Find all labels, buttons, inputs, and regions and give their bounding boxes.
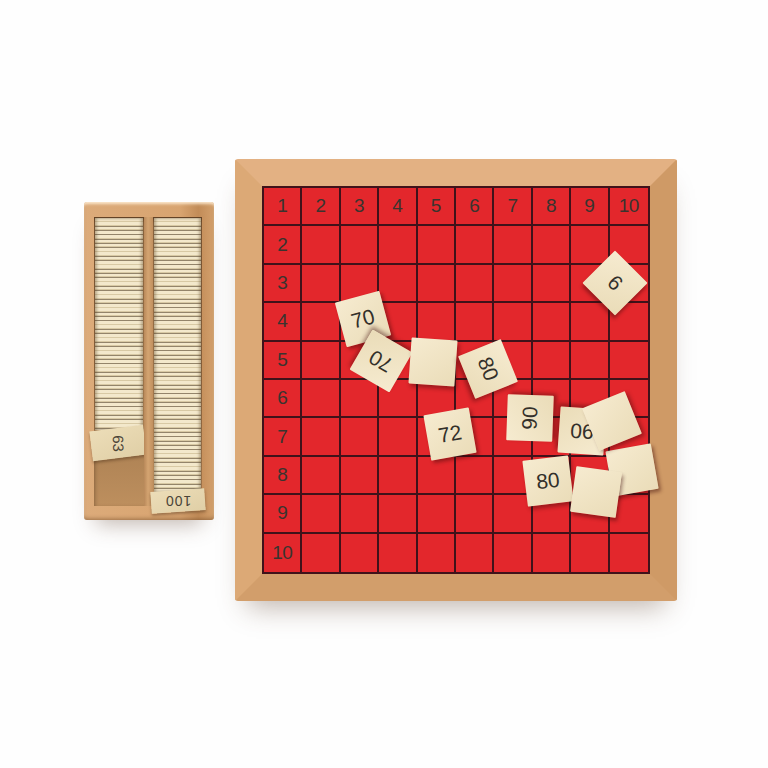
grid-cell-r9-c6[interactable] [456, 495, 494, 533]
grid-cell-r10-c7[interactable] [494, 534, 532, 572]
box-right-compartment: 100 [153, 217, 202, 506]
tile-stack-right[interactable] [154, 218, 201, 492]
box-cavity: 63 100 [94, 217, 202, 506]
cell-label: 10 [619, 195, 639, 217]
grid-cell-r5-c9[interactable] [571, 342, 609, 380]
box-tile-100[interactable]: 100 [150, 488, 205, 514]
loose-tile-72[interactable]: 72 [423, 407, 476, 460]
grid-cell-r9-c1: 9 [264, 495, 302, 533]
tile-storage-box: 63 100 [84, 202, 214, 520]
box-tile-63-label: 63 [109, 435, 126, 452]
cell-label: 3 [277, 272, 287, 294]
grid-cell-r3-c6[interactable] [456, 265, 494, 303]
pythagoras-board: 123456789102345678910 [235, 159, 677, 601]
scene: 63 100 123456789102345678910 67070809072… [0, 0, 768, 768]
grid-cell-r7-c4[interactable] [379, 418, 417, 456]
grid-cell-r1-c9: 9 [571, 188, 609, 226]
cell-label: 9 [277, 502, 287, 524]
grid-cell-r8-c2[interactable] [302, 457, 340, 495]
loose-tile-90[interactable]: 90 [506, 394, 554, 442]
grid-cell-r1-c1: 1 [264, 188, 302, 226]
grid-cell-r4-c7[interactable] [494, 303, 532, 341]
grid-cell-r3-c4[interactable] [379, 265, 417, 303]
board-grid: 123456789102345678910 [262, 186, 650, 574]
grid-cell-r2-c7[interactable] [494, 226, 532, 264]
cell-label: 1 [277, 195, 287, 217]
grid-cell-r1-c6: 6 [456, 188, 494, 226]
grid-cell-r4-c8[interactable] [533, 303, 571, 341]
grid-cell-r1-c3: 3 [341, 188, 379, 226]
tile-stack-left[interactable] [95, 218, 143, 430]
grid-cell-r1-c4: 4 [379, 188, 417, 226]
grid-cell-r6-c1: 6 [264, 380, 302, 418]
grid-cell-r2-c2[interactable] [302, 226, 340, 264]
grid-cell-r9-c4[interactable] [379, 495, 417, 533]
box-tile-100-label: 100 [165, 493, 191, 509]
grid-cell-r1-c5: 5 [418, 188, 456, 226]
grid-cell-r10-c2[interactable] [302, 534, 340, 572]
grid-cell-r8-c3[interactable] [341, 457, 379, 495]
grid-cell-r8-c6[interactable] [456, 457, 494, 495]
cell-label: 5 [431, 195, 441, 217]
grid-cell-r10-c8[interactable] [533, 534, 571, 572]
grid-cell-r5-c8[interactable] [533, 342, 571, 380]
grid-cell-r1-c8: 8 [533, 188, 571, 226]
grid-cell-r3-c8[interactable] [533, 265, 571, 303]
grid-cell-r2-c9[interactable] [571, 226, 609, 264]
grid-cell-r8-c5[interactable] [418, 457, 456, 495]
grid-cell-r9-c2[interactable] [302, 495, 340, 533]
cell-label: 6 [277, 387, 287, 409]
cell-label: 3 [354, 195, 364, 217]
grid-cell-r7-c2[interactable] [302, 418, 340, 456]
grid-cell-r6-c2[interactable] [302, 380, 340, 418]
cell-label: 4 [392, 195, 402, 217]
cell-label: 2 [277, 234, 287, 256]
grid-cell-r3-c2[interactable] [302, 265, 340, 303]
grid-cell-r10-c1: 10 [264, 534, 302, 572]
grid-cell-r9-c5[interactable] [418, 495, 456, 533]
grid-cell-r10-c4[interactable] [379, 534, 417, 572]
grid-cell-r1-c10: 10 [610, 188, 648, 226]
cell-label: 9 [584, 195, 594, 217]
grid-cell-r7-c3[interactable] [341, 418, 379, 456]
cell-label: 4 [277, 310, 287, 332]
grid-cell-r1-c2: 2 [302, 188, 340, 226]
grid-cell-r10-c6[interactable] [456, 534, 494, 572]
cell-label: 8 [277, 464, 287, 486]
grid-cell-r2-c3[interactable] [341, 226, 379, 264]
grid-cell-r10-c9[interactable] [571, 534, 609, 572]
loose-tile-blank[interactable] [570, 466, 622, 518]
grid-cell-r4-c5[interactable] [418, 303, 456, 341]
grid-cell-r4-c2[interactable] [302, 303, 340, 341]
grid-cell-r5-c1: 5 [264, 342, 302, 380]
box-divider [144, 217, 153, 506]
grid-cell-r3-c7[interactable] [494, 265, 532, 303]
grid-cell-r5-c2[interactable] [302, 342, 340, 380]
grid-cell-r7-c1: 7 [264, 418, 302, 456]
grid-cell-r4-c9[interactable] [571, 303, 609, 341]
grid-cell-r10-c3[interactable] [341, 534, 379, 572]
cell-label: 5 [277, 349, 287, 371]
cell-label: 8 [546, 195, 556, 217]
cell-label: 7 [508, 195, 518, 217]
grid-cell-r10-c5[interactable] [418, 534, 456, 572]
grid-cell-r8-c4[interactable] [379, 457, 417, 495]
cell-label: 7 [277, 426, 287, 448]
grid-cell-r8-c1: 8 [264, 457, 302, 495]
grid-cell-r10-c10[interactable] [610, 534, 648, 572]
grid-cell-r4-c6[interactable] [456, 303, 494, 341]
grid-cell-r5-c10[interactable] [610, 342, 648, 380]
loose-tile-blank[interactable] [408, 337, 457, 386]
cell-label: 10 [272, 542, 292, 564]
loose-tile-80[interactable]: 80 [522, 455, 573, 506]
grid-cell-r2-c5[interactable] [418, 226, 456, 264]
grid-cell-r1-c7: 7 [494, 188, 532, 226]
grid-cell-r2-c6[interactable] [456, 226, 494, 264]
grid-cell-r4-c1: 4 [264, 303, 302, 341]
box-left-compartment: 63 [94, 217, 144, 506]
grid-cell-r2-c4[interactable] [379, 226, 417, 264]
cell-label: 6 [469, 195, 479, 217]
grid-cell-r6-c3[interactable] [341, 380, 379, 418]
cell-label: 2 [316, 195, 326, 217]
grid-cell-r2-c1: 2 [264, 226, 302, 264]
grid-cell-r3-c5[interactable] [418, 265, 456, 303]
grid-cell-r3-c1: 3 [264, 265, 302, 303]
box-tile-63[interactable]: 63 [89, 425, 146, 461]
grid-cell-r2-c8[interactable] [533, 226, 571, 264]
grid-cell-r9-c3[interactable] [341, 495, 379, 533]
